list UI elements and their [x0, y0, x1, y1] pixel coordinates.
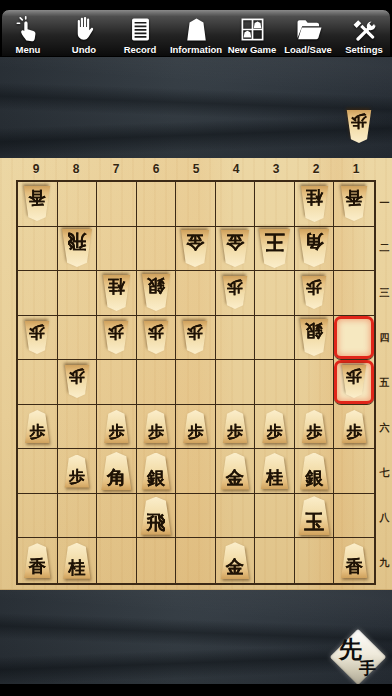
- file-label-2: 2: [296, 158, 336, 180]
- piece-body: 歩: [143, 321, 169, 354]
- square-9-1[interactable]: 香: [18, 182, 58, 227]
- gote-銀-piece[interactable]: 銀: [141, 274, 171, 311]
- toolbar-button-label: Record: [124, 44, 157, 55]
- piece-kanji: 歩: [29, 424, 45, 443]
- square-1-5[interactable]: 歩: [334, 360, 374, 405]
- piece-kanji: 桂: [108, 275, 125, 295]
- square-7-7[interactable]: 角: [97, 449, 137, 494]
- square-4-7[interactable]: 金: [216, 449, 256, 494]
- sente-飛-piece[interactable]: 飛: [140, 497, 172, 535]
- piece-kanji: 歩: [306, 276, 322, 295]
- gote-歩-piece[interactable]: 歩: [341, 365, 367, 398]
- piece-kanji: 歩: [69, 365, 85, 384]
- file-label-1: 1: [336, 158, 376, 180]
- square-1-4[interactable]: [334, 316, 374, 361]
- board-grid: 香桂香飛金金王角桂銀歩歩歩歩歩歩銀歩歩歩歩歩歩歩歩歩歩歩角銀金桂銀飛玉香桂金香: [16, 180, 376, 585]
- new-game-button[interactable]: New Game: [224, 9, 280, 57]
- toolbar-button-label: Undo: [72, 44, 96, 55]
- piece-kanji: 桂: [306, 186, 323, 206]
- square-2-5[interactable]: [295, 360, 335, 405]
- piece-kanji: 飛: [146, 513, 165, 535]
- sente-歩-piece[interactable]: 歩: [143, 410, 169, 443]
- square-7-1[interactable]: [97, 182, 137, 227]
- square-2-7[interactable]: 銀: [295, 449, 335, 494]
- file-label-8: 8: [56, 158, 96, 180]
- rank-label-7: 七: [377, 450, 392, 495]
- piece-kanji: 玉: [304, 512, 324, 535]
- gote-桂-piece[interactable]: 桂: [102, 275, 131, 311]
- rank-labels: 一二三四五六七八九: [377, 180, 392, 585]
- piece-body: 歩: [24, 321, 50, 354]
- toolbar-button-label: New Game: [228, 44, 277, 55]
- square-6-3[interactable]: 銀: [137, 271, 177, 316]
- sente-香-piece[interactable]: 香: [340, 543, 368, 578]
- sente-桂-piece[interactable]: 桂: [260, 453, 289, 489]
- square-1-6[interactable]: 歩: [334, 405, 374, 450]
- square-8-5[interactable]: 歩: [58, 360, 98, 405]
- square-8-4[interactable]: [58, 316, 98, 361]
- piece-kanji: 王: [265, 229, 285, 252]
- load-save-button[interactable]: Load/Save: [280, 9, 336, 57]
- board-panel: 987654321 香桂香飛金金王角桂銀歩歩歩歩歩歩銀歩歩歩歩歩歩歩歩歩歩歩角銀…: [0, 158, 392, 590]
- square-1-8[interactable]: [334, 494, 374, 539]
- piece-body: 歩: [301, 410, 327, 443]
- piece-body: 歩: [64, 455, 90, 488]
- piece-kanji: 香: [29, 558, 46, 578]
- square-4-6[interactable]: 歩: [216, 405, 256, 450]
- toolbar-button-label: Menu: [16, 44, 41, 55]
- piece-kanji: 歩: [227, 276, 243, 295]
- square-7-9[interactable]: [97, 538, 137, 583]
- piece-kanji: 歩: [148, 321, 164, 340]
- record-icon: [127, 16, 154, 44]
- piece-kanji: 歩: [69, 469, 85, 488]
- square-8-9[interactable]: 桂: [58, 538, 98, 583]
- piece-body: 香: [340, 543, 368, 578]
- rank-label-2: 二: [377, 225, 392, 270]
- tools-icon: [351, 16, 378, 44]
- gote-金-piece[interactable]: 金: [180, 230, 210, 267]
- undo-button[interactable]: Undo: [56, 9, 112, 57]
- square-8-2[interactable]: 飛: [58, 227, 98, 272]
- square-7-2[interactable]: [97, 227, 137, 272]
- square-2-9[interactable]: [295, 538, 335, 583]
- square-4-3[interactable]: 歩: [216, 271, 256, 316]
- sente-玉-piece[interactable]: 玉: [298, 496, 331, 535]
- square-9-7[interactable]: [18, 449, 58, 494]
- sente-銀-piece[interactable]: 銀: [141, 453, 171, 490]
- square-4-4[interactable]: [216, 316, 256, 361]
- square-5-3[interactable]: [176, 271, 216, 316]
- rank-label-6: 六: [377, 405, 392, 450]
- file-label-7: 7: [96, 158, 136, 180]
- sente-歩-piece[interactable]: 歩: [103, 410, 129, 443]
- square-6-7[interactable]: 銀: [137, 449, 177, 494]
- square-5-1[interactable]: [176, 182, 216, 227]
- piece-kanji: 銀: [147, 274, 165, 295]
- rank-label-3: 三: [377, 270, 392, 315]
- sente-歩-piece[interactable]: 歩: [341, 410, 367, 443]
- badge-char-second: 手: [359, 657, 376, 680]
- piece-body: 銀: [299, 319, 329, 356]
- gote-金-piece[interactable]: 金: [220, 230, 250, 267]
- piece-body: 角: [100, 452, 132, 490]
- square-4-1[interactable]: [216, 182, 256, 227]
- piece-body: 飛: [140, 497, 172, 535]
- toolbar-buttons: MenuUndoRecordInformationNew GameLoad/Sa…: [0, 9, 392, 57]
- toolbar-button-label: Settings: [345, 44, 382, 55]
- rank-label-4: 四: [377, 315, 392, 360]
- square-5-4[interactable]: 歩: [176, 316, 216, 361]
- sente-銀-piece[interactable]: 銀: [299, 453, 329, 490]
- gote-飛-piece[interactable]: 飛: [61, 229, 93, 267]
- square-3-6[interactable]: 歩: [255, 405, 295, 450]
- piece-body: 歩: [103, 410, 129, 443]
- square-4-5[interactable]: [216, 360, 256, 405]
- toolbar-button-label: Load/Save: [284, 44, 332, 55]
- piece-body: 銀: [299, 453, 329, 490]
- square-3-3[interactable]: [255, 271, 295, 316]
- piece-body: 歩: [346, 110, 372, 143]
- piece-kanji: 桂: [266, 469, 283, 489]
- square-9-9[interactable]: 香: [18, 538, 58, 583]
- piece-body: 歩: [222, 410, 248, 443]
- square-6-8[interactable]: 飛: [137, 494, 177, 539]
- piece-kanji: 銀: [305, 469, 323, 490]
- sente-歩-piece[interactable]: 歩: [301, 410, 327, 443]
- file-label-9: 9: [16, 158, 56, 180]
- piece-kanji: 歩: [148, 424, 164, 443]
- square-9-3[interactable]: [18, 271, 58, 316]
- sente-香-piece[interactable]: 香: [23, 543, 51, 578]
- piece-body: 飛: [61, 229, 93, 267]
- piece-body: 歩: [341, 410, 367, 443]
- square-7-5[interactable]: [97, 360, 137, 405]
- square-6-5[interactable]: [137, 360, 177, 405]
- piece-kanji: 桂: [68, 559, 85, 579]
- piece-body: 金: [220, 453, 250, 490]
- gote-歩-piece[interactable]: 歩: [346, 110, 372, 143]
- file-label-5: 5: [176, 158, 216, 180]
- square-9-2[interactable]: [18, 227, 58, 272]
- tap-icon: [15, 16, 42, 44]
- piece-kanji: 香: [346, 558, 363, 578]
- square-3-2[interactable]: 王: [255, 227, 295, 272]
- sente-角-piece[interactable]: 角: [100, 452, 132, 490]
- menu-button[interactable]: Menu: [0, 9, 56, 57]
- gote-歩-piece[interactable]: 歩: [182, 321, 208, 354]
- piece-kanji: 歩: [267, 424, 283, 443]
- piece-kanji: 歩: [351, 110, 367, 129]
- square-8-7[interactable]: 歩: [58, 449, 98, 494]
- square-2-2[interactable]: 角: [295, 227, 335, 272]
- sente-歩-piece[interactable]: 歩: [24, 410, 50, 443]
- square-6-6[interactable]: 歩: [137, 405, 177, 450]
- piece-body: 歩: [182, 410, 208, 443]
- piece-kanji: 金: [186, 230, 204, 251]
- piece-kanji: 歩: [108, 424, 124, 443]
- piece-body: 金: [220, 542, 250, 579]
- square-4-8[interactable]: [216, 494, 256, 539]
- square-5-5[interactable]: [176, 360, 216, 405]
- rank-label-5: 五: [377, 360, 392, 405]
- square-9-6[interactable]: 歩: [18, 405, 58, 450]
- rank-label-8: 八: [377, 495, 392, 540]
- hand-icon: [71, 16, 98, 44]
- piece-body: 歩: [301, 276, 327, 309]
- gote-桂-piece[interactable]: 桂: [300, 186, 329, 222]
- sente-turn-badge: 先 手: [334, 633, 382, 681]
- gote-香-piece[interactable]: 香: [23, 186, 51, 221]
- square-3-5[interactable]: [255, 360, 295, 405]
- square-2-4[interactable]: 銀: [295, 316, 335, 361]
- gote-銀-piece[interactable]: 銀: [299, 319, 329, 356]
- square-3-7[interactable]: 桂: [255, 449, 295, 494]
- gote-王-piece[interactable]: 王: [258, 229, 291, 268]
- square-1-9[interactable]: 香: [334, 538, 374, 583]
- piece-kanji: 歩: [108, 321, 124, 340]
- square-9-5[interactable]: [18, 360, 58, 405]
- piece-kanji: 歩: [187, 321, 203, 340]
- captured-歩-gote[interactable]: 歩: [346, 110, 372, 143]
- piece-body: 歩: [341, 365, 367, 398]
- square-5-6[interactable]: 歩: [176, 405, 216, 450]
- square-7-8[interactable]: [97, 494, 137, 539]
- piece-kanji: 香: [29, 186, 46, 206]
- piece-kanji: 金: [226, 230, 244, 251]
- square-5-9[interactable]: [176, 538, 216, 583]
- square-1-7[interactable]: [334, 449, 374, 494]
- piece-body: 香: [340, 186, 368, 221]
- piece-body: 歩: [143, 410, 169, 443]
- sente-歩-piece[interactable]: 歩: [64, 455, 90, 488]
- gote-captured-tray: 歩: [0, 57, 392, 158]
- sente-金-piece[interactable]: 金: [220, 453, 250, 490]
- rank-label-9: 九: [377, 540, 392, 585]
- information-button[interactable]: Information: [168, 9, 224, 57]
- piece-kanji: 歩: [346, 365, 362, 384]
- footer-bar: [0, 684, 392, 696]
- piece-body: 銀: [141, 274, 171, 311]
- gote-香-piece[interactable]: 香: [340, 186, 368, 221]
- piece-kanji: 歩: [29, 321, 45, 340]
- square-2-6[interactable]: 歩: [295, 405, 335, 450]
- square-5-8[interactable]: [176, 494, 216, 539]
- piece-kanji: 銀: [147, 469, 165, 490]
- piece-kanji: 角: [305, 229, 324, 251]
- sente-歩-piece[interactable]: 歩: [262, 410, 288, 443]
- piece-kanji: 歩: [187, 424, 203, 443]
- square-3-9[interactable]: [255, 538, 295, 583]
- piece-kanji: 金: [226, 469, 244, 490]
- piece-body: 歩: [64, 365, 90, 398]
- piece-kanji: 歩: [346, 424, 362, 443]
- piece-body: 金: [180, 230, 210, 267]
- square-8-6[interactable]: [58, 405, 98, 450]
- square-1-3[interactable]: [334, 271, 374, 316]
- piece-kanji: 角: [107, 468, 126, 490]
- gote-歩-piece[interactable]: 歩: [301, 276, 327, 309]
- piece-kanji: 銀: [305, 319, 323, 340]
- square-8-8[interactable]: [58, 494, 98, 539]
- rank-label-1: 一: [377, 180, 392, 225]
- square-8-1[interactable]: [58, 182, 98, 227]
- gote-歩-piece[interactable]: 歩: [64, 365, 90, 398]
- square-9-4[interactable]: 歩: [18, 316, 58, 361]
- piece-body: 角: [298, 229, 330, 267]
- shogi-app: MenuUndoRecordInformationNew GameLoad/Sa…: [0, 0, 392, 696]
- square-7-3[interactable]: 桂: [97, 271, 137, 316]
- record-button[interactable]: Record: [112, 9, 168, 57]
- piece-body: 香: [23, 543, 51, 578]
- sente-歩-piece[interactable]: 歩: [222, 410, 248, 443]
- square-2-1[interactable]: 桂: [295, 182, 335, 227]
- piece-body: 玉: [298, 496, 331, 535]
- piece-body: 歩: [103, 321, 129, 354]
- piece-kanji: 飛: [67, 229, 86, 251]
- piece-kanji: 歩: [227, 424, 243, 443]
- square-1-2[interactable]: [334, 227, 374, 272]
- square-3-1[interactable]: [255, 182, 295, 227]
- sente-桂-piece[interactable]: 桂: [62, 543, 91, 579]
- square-6-9[interactable]: [137, 538, 177, 583]
- sente-歩-piece[interactable]: 歩: [182, 410, 208, 443]
- sente-金-piece[interactable]: 金: [220, 542, 250, 579]
- square-4-2[interactable]: 金: [216, 227, 256, 272]
- folder-icon: [295, 16, 322, 44]
- square-6-4[interactable]: 歩: [137, 316, 177, 361]
- square-6-2[interactable]: [137, 227, 177, 272]
- file-label-3: 3: [256, 158, 296, 180]
- gote-角-piece[interactable]: 角: [298, 229, 330, 267]
- piece-body: 銀: [141, 453, 171, 490]
- piece-kanji: 金: [226, 558, 244, 579]
- gote-歩-piece[interactable]: 歩: [103, 321, 129, 354]
- piece-body: 桂: [62, 543, 91, 579]
- file-label-4: 4: [216, 158, 256, 180]
- file-labels: 987654321: [16, 158, 376, 180]
- gote-歩-piece[interactable]: 歩: [24, 321, 50, 354]
- square-2-8[interactable]: 玉: [295, 494, 335, 539]
- piece-body: 香: [23, 186, 51, 221]
- square-1-1[interactable]: 香: [334, 182, 374, 227]
- toolbar-button-label: Information: [170, 44, 222, 55]
- square-7-6[interactable]: 歩: [97, 405, 137, 450]
- square-3-4[interactable]: [255, 316, 295, 361]
- gote-歩-piece[interactable]: 歩: [143, 321, 169, 354]
- square-9-8[interactable]: [18, 494, 58, 539]
- square-8-3[interactable]: [58, 271, 98, 316]
- piece-body: 王: [258, 229, 291, 268]
- piece-body: 金: [220, 230, 250, 267]
- gote-歩-piece[interactable]: 歩: [222, 276, 248, 309]
- square-5-2[interactable]: 金: [176, 227, 216, 272]
- piece-body: 歩: [222, 276, 248, 309]
- piece-kanji: 香: [346, 186, 363, 206]
- settings-button[interactable]: Settings: [336, 9, 392, 57]
- info-piece-icon: [183, 16, 210, 44]
- square-7-4[interactable]: 歩: [97, 316, 137, 361]
- piece-body: 桂: [260, 453, 289, 489]
- square-3-8[interactable]: [255, 494, 295, 539]
- piece-body: 歩: [262, 410, 288, 443]
- file-label-6: 6: [136, 158, 176, 180]
- piece-body: 歩: [24, 410, 50, 443]
- piece-body: 桂: [300, 186, 329, 222]
- square-4-9[interactable]: 金: [216, 538, 256, 583]
- toolbar: MenuUndoRecordInformationNew GameLoad/Sa…: [0, 0, 392, 57]
- piece-kanji: 歩: [306, 424, 322, 443]
- piece-body: 桂: [102, 275, 131, 311]
- square-5-7[interactable]: [176, 449, 216, 494]
- square-2-3[interactable]: 歩: [295, 271, 335, 316]
- new-game-icon: [239, 16, 266, 44]
- piece-body: 歩: [182, 321, 208, 354]
- square-6-1[interactable]: [137, 182, 177, 227]
